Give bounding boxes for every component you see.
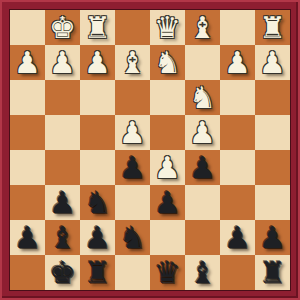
square-f3[interactable]	[80, 80, 115, 115]
square-f8[interactable]: ♜	[80, 255, 115, 290]
white-pawn-piece[interactable]: ♟	[224, 48, 251, 78]
square-d3[interactable]	[150, 80, 185, 115]
square-a4[interactable]	[255, 115, 290, 150]
square-c6[interactable]	[185, 185, 220, 220]
white-bishop-piece[interactable]: ♝	[189, 13, 216, 43]
square-a2[interactable]: ♟	[255, 45, 290, 80]
black-pawn-piece[interactable]: ♟	[14, 223, 41, 253]
square-h2[interactable]: ♟	[10, 45, 45, 80]
square-b3[interactable]	[220, 80, 255, 115]
square-c3[interactable]: ♞	[185, 80, 220, 115]
black-pawn-piece[interactable]: ♟	[259, 223, 286, 253]
black-bishop-piece[interactable]: ♝	[189, 258, 216, 288]
square-f7[interactable]: ♟	[80, 220, 115, 255]
square-d5[interactable]: ♟	[150, 150, 185, 185]
square-c2[interactable]	[185, 45, 220, 80]
white-knight-piece[interactable]: ♞	[189, 83, 216, 113]
square-e6[interactable]	[115, 185, 150, 220]
square-b8[interactable]	[220, 255, 255, 290]
black-pawn-piece[interactable]: ♟	[154, 188, 181, 218]
white-pawn-piece[interactable]: ♟	[119, 118, 146, 148]
board-frame: ♚♜♛♝♜♟♟♟♝♞♟♟♞♟♟♟♟♟♟♞♟♟♝♟♞♟♟♚♜♛♝♜	[0, 0, 300, 300]
square-e2[interactable]: ♝	[115, 45, 150, 80]
black-knight-piece[interactable]: ♞	[119, 223, 146, 253]
white-pawn-piece[interactable]: ♟	[154, 153, 181, 183]
square-h7[interactable]: ♟	[10, 220, 45, 255]
black-pawn-piece[interactable]: ♟	[119, 153, 146, 183]
square-h4[interactable]	[10, 115, 45, 150]
white-pawn-piece[interactable]: ♟	[259, 48, 286, 78]
square-b6[interactable]	[220, 185, 255, 220]
square-h1[interactable]	[10, 10, 45, 45]
black-pawn-piece[interactable]: ♟	[224, 223, 251, 253]
square-a6[interactable]	[255, 185, 290, 220]
white-pawn-piece[interactable]: ♟	[14, 48, 41, 78]
white-king-piece[interactable]: ♚	[49, 13, 76, 43]
square-g4[interactable]	[45, 115, 80, 150]
black-rook-piece[interactable]: ♜	[259, 258, 286, 288]
square-d7[interactable]	[150, 220, 185, 255]
square-g1[interactable]: ♚	[45, 10, 80, 45]
square-g2[interactable]: ♟	[45, 45, 80, 80]
square-d6[interactable]: ♟	[150, 185, 185, 220]
square-f1[interactable]: ♜	[80, 10, 115, 45]
black-pawn-piece[interactable]: ♟	[189, 153, 216, 183]
square-d4[interactable]	[150, 115, 185, 150]
square-e3[interactable]	[115, 80, 150, 115]
square-a8[interactable]: ♜	[255, 255, 290, 290]
square-c4[interactable]: ♟	[185, 115, 220, 150]
square-g7[interactable]: ♝	[45, 220, 80, 255]
white-pawn-piece[interactable]: ♟	[84, 48, 111, 78]
square-c1[interactable]: ♝	[185, 10, 220, 45]
square-b2[interactable]: ♟	[220, 45, 255, 80]
square-c8[interactable]: ♝	[185, 255, 220, 290]
square-g3[interactable]	[45, 80, 80, 115]
white-knight-piece[interactable]: ♞	[154, 48, 181, 78]
square-a5[interactable]	[255, 150, 290, 185]
square-g5[interactable]	[45, 150, 80, 185]
black-queen-piece[interactable]: ♛	[154, 258, 181, 288]
square-a3[interactable]	[255, 80, 290, 115]
square-a7[interactable]: ♟	[255, 220, 290, 255]
square-d1[interactable]: ♛	[150, 10, 185, 45]
chess-board: ♚♜♛♝♜♟♟♟♝♞♟♟♞♟♟♟♟♟♟♞♟♟♝♟♞♟♟♚♜♛♝♜	[10, 10, 290, 290]
square-g6[interactable]: ♟	[45, 185, 80, 220]
square-b4[interactable]	[220, 115, 255, 150]
white-pawn-piece[interactable]: ♟	[49, 48, 76, 78]
black-king-piece[interactable]: ♚	[49, 258, 76, 288]
square-b7[interactable]: ♟	[220, 220, 255, 255]
black-pawn-piece[interactable]: ♟	[84, 223, 111, 253]
square-d2[interactable]: ♞	[150, 45, 185, 80]
square-e1[interactable]	[115, 10, 150, 45]
square-e8[interactable]	[115, 255, 150, 290]
square-b1[interactable]	[220, 10, 255, 45]
square-b5[interactable]	[220, 150, 255, 185]
square-f5[interactable]	[80, 150, 115, 185]
white-rook-piece[interactable]: ♜	[84, 13, 111, 43]
square-e5[interactable]: ♟	[115, 150, 150, 185]
white-bishop-piece[interactable]: ♝	[119, 48, 146, 78]
square-d8[interactable]: ♛	[150, 255, 185, 290]
black-rook-piece[interactable]: ♜	[84, 258, 111, 288]
square-h3[interactable]	[10, 80, 45, 115]
black-knight-piece[interactable]: ♞	[84, 188, 111, 218]
square-h5[interactable]	[10, 150, 45, 185]
square-c7[interactable]	[185, 220, 220, 255]
black-pawn-piece[interactable]: ♟	[49, 188, 76, 218]
white-rook-piece[interactable]: ♜	[259, 13, 286, 43]
square-f6[interactable]: ♞	[80, 185, 115, 220]
square-a1[interactable]: ♜	[255, 10, 290, 45]
square-h8[interactable]	[10, 255, 45, 290]
square-e4[interactable]: ♟	[115, 115, 150, 150]
black-bishop-piece[interactable]: ♝	[49, 223, 76, 253]
white-queen-piece[interactable]: ♛	[154, 13, 181, 43]
square-g8[interactable]: ♚	[45, 255, 80, 290]
square-c5[interactable]: ♟	[185, 150, 220, 185]
square-e7[interactable]: ♞	[115, 220, 150, 255]
square-h6[interactable]	[10, 185, 45, 220]
square-f2[interactable]: ♟	[80, 45, 115, 80]
square-f4[interactable]	[80, 115, 115, 150]
white-pawn-piece[interactable]: ♟	[189, 118, 216, 148]
